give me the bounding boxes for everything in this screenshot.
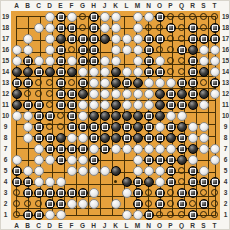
- square-mark: [58, 47, 64, 53]
- square-mark: [14, 168, 20, 174]
- black-stone-N10: [144, 111, 154, 121]
- white-stone-O13: [155, 78, 165, 88]
- white-stone-F5: [67, 166, 77, 176]
- circle-mark-R19: [189, 13, 196, 20]
- white-stone-P13: [166, 78, 176, 88]
- square-mark: [58, 14, 64, 20]
- square-mark: [36, 212, 42, 218]
- row-label-left-2: 2: [4, 201, 8, 207]
- square-mark: [135, 190, 141, 196]
- black-stone-R12: [188, 89, 198, 99]
- white-stone-H5: [89, 166, 99, 176]
- circle-mark-N18: [145, 24, 152, 31]
- col-label-bottom-L: L: [125, 223, 129, 229]
- black-stone-F12: [67, 89, 77, 99]
- black-stone-Q16: [177, 45, 187, 55]
- circle-mark-D9: [46, 123, 53, 130]
- square-mark: [168, 168, 174, 174]
- black-stone-Q8: [177, 133, 187, 143]
- black-stone-O17: [155, 34, 165, 44]
- white-stone-J19: [100, 12, 110, 22]
- circle-mark-R2: [189, 200, 196, 207]
- col-label-top-G: G: [80, 3, 85, 9]
- col-label-top-P: P: [168, 3, 172, 9]
- row-label-left-18: 18: [2, 25, 9, 31]
- square-mark: [157, 190, 163, 196]
- white-stone-C4: [34, 177, 44, 187]
- square-mark: [25, 212, 31, 218]
- black-stone-B1: [23, 210, 33, 220]
- square-mark: [91, 14, 97, 20]
- circle-mark-T3: [211, 189, 218, 196]
- square-mark: [80, 146, 86, 152]
- white-stone-S8: [199, 133, 209, 143]
- col-label-top-O: O: [157, 3, 162, 9]
- col-label-top-R: R: [190, 3, 195, 9]
- white-stone-B8: [23, 133, 33, 143]
- white-stone-D4: [45, 177, 55, 187]
- col-label-bottom-N: N: [146, 223, 151, 229]
- square-mark: [25, 190, 31, 196]
- white-stone-D6: [45, 155, 55, 165]
- black-stone-E7: [56, 144, 66, 154]
- square-mark: [190, 36, 196, 42]
- black-stone-P5: [166, 166, 176, 176]
- circle-mark-P17: [167, 35, 174, 42]
- black-stone-B11: [23, 100, 33, 110]
- black-stone-N6: [144, 155, 154, 165]
- black-stone-Q7: [177, 144, 187, 154]
- square-mark: [80, 190, 86, 196]
- white-stone-O7: [155, 144, 165, 154]
- white-stone-F8: [67, 133, 77, 143]
- col-label-bottom-E: E: [58, 223, 62, 229]
- row-label-left-5: 5: [4, 168, 8, 174]
- black-stone-E6: [56, 155, 66, 165]
- white-stone-J18: [100, 23, 110, 33]
- black-stone-H16: [89, 45, 99, 55]
- row-label-right-19: 19: [222, 14, 229, 20]
- black-stone-R14: [188, 67, 198, 77]
- white-stone-K7: [111, 144, 121, 154]
- white-stone-G11: [78, 100, 88, 110]
- row-label-left-12: 12: [2, 91, 9, 97]
- black-stone-C8: [34, 133, 44, 143]
- square-mark: [212, 80, 218, 86]
- white-stone-H2: [89, 199, 99, 209]
- white-stone-L16: [122, 45, 132, 55]
- square-mark: [212, 36, 218, 42]
- circle-mark-T1: [211, 211, 218, 218]
- square-mark: [179, 102, 185, 108]
- square-mark: [190, 25, 196, 31]
- white-stone-L3: [122, 188, 132, 198]
- black-stone-K5: [111, 166, 121, 176]
- circle-mark-A2: [13, 200, 20, 207]
- black-stone-R1: [188, 210, 198, 220]
- square-mark: [47, 146, 53, 152]
- col-label-top-S: S: [201, 3, 205, 9]
- square-mark: [146, 113, 152, 119]
- circle-mark-O16: [156, 46, 163, 53]
- square-mark: [135, 179, 141, 185]
- square-mark: [80, 124, 86, 130]
- black-stone-J9: [100, 122, 110, 132]
- white-stone-G8: [78, 133, 88, 143]
- row-label-left-4: 4: [4, 179, 8, 185]
- col-label-bottom-B: B: [25, 223, 30, 229]
- col-label-top-N: N: [146, 3, 151, 9]
- square-mark: [69, 124, 75, 130]
- black-stone-Q3: [177, 188, 187, 198]
- col-label-top-M: M: [135, 3, 140, 9]
- square-mark: [91, 25, 97, 31]
- col-label-bottom-R: R: [190, 223, 195, 229]
- circle-mark-Q19: [178, 13, 185, 20]
- col-label-bottom-A: A: [14, 223, 19, 229]
- circle-mark-F16: [68, 46, 75, 53]
- square-mark: [25, 58, 31, 64]
- black-stone-O19: [155, 12, 165, 22]
- row-label-left-16: 16: [2, 47, 9, 53]
- black-stone-E15: [56, 56, 66, 66]
- circle-mark-Q15: [178, 57, 185, 64]
- black-stone-E16: [56, 45, 66, 55]
- square-mark: [25, 179, 31, 185]
- black-stone-Q6: [177, 155, 187, 165]
- white-stone-D18: [45, 23, 55, 33]
- col-label-top-B: B: [25, 3, 30, 9]
- black-stone-F17: [67, 34, 77, 44]
- black-stone-F3: [67, 188, 77, 198]
- square-mark: [36, 113, 42, 119]
- black-stone-Q12: [177, 89, 187, 99]
- white-stone-H3: [89, 188, 99, 198]
- black-stone-B4: [23, 177, 33, 187]
- circle-mark-Q4: [178, 178, 185, 185]
- white-stone-B9: [23, 122, 33, 132]
- black-stone-R5: [188, 166, 198, 176]
- square-mark: [168, 102, 174, 108]
- black-stone-E13: [56, 78, 66, 88]
- square-mark: [36, 102, 42, 108]
- black-stone-D14: [45, 67, 55, 77]
- white-stone-P7: [166, 144, 176, 154]
- col-label-top-K: K: [113, 3, 118, 9]
- white-stone-M15: [133, 56, 143, 66]
- white-stone-N11: [144, 100, 154, 110]
- black-stone-M9: [133, 122, 143, 132]
- white-stone-M14: [133, 67, 143, 77]
- black-stone-M8: [133, 133, 143, 143]
- black-stone-P4: [166, 177, 176, 187]
- square-mark: [146, 212, 152, 218]
- white-stone-M7: [133, 144, 143, 154]
- row-label-right-15: 15: [222, 58, 229, 64]
- black-stone-E18: [56, 23, 66, 33]
- white-stone-G2: [78, 199, 88, 209]
- black-stone-F14: [67, 67, 77, 77]
- square-mark: [179, 201, 185, 207]
- square-mark: [69, 113, 75, 119]
- circle-mark-D12: [46, 90, 53, 97]
- row-label-right-17: 17: [222, 36, 229, 42]
- black-stone-L4: [122, 177, 132, 187]
- black-stone-F9: [67, 122, 77, 132]
- white-stone-O15: [155, 56, 165, 66]
- black-stone-O3: [155, 188, 165, 198]
- white-stone-R9: [188, 122, 198, 132]
- square-mark: [201, 179, 207, 185]
- row-label-right-14: 14: [222, 69, 229, 75]
- white-stone-B16: [23, 45, 33, 55]
- square-mark: [168, 25, 174, 31]
- row-label-left-9: 9: [4, 124, 8, 130]
- black-stone-E14: [56, 67, 66, 77]
- white-stone-G6: [78, 155, 88, 165]
- circle-mark-T2: [211, 200, 218, 207]
- black-stone-R13: [188, 78, 198, 88]
- black-stone-L8: [122, 133, 132, 143]
- circle-mark-E10: [57, 112, 64, 119]
- black-stone-R15: [188, 56, 198, 66]
- circle-mark-P15: [167, 57, 174, 64]
- square-mark: [91, 124, 97, 130]
- circle-mark-S19: [200, 13, 207, 20]
- row-label-right-8: 8: [224, 135, 228, 141]
- white-stone-M16: [133, 45, 143, 55]
- circle-mark-O18: [156, 24, 163, 31]
- white-stone-E1: [56, 210, 66, 220]
- circle-mark-A3: [13, 189, 20, 196]
- white-stone-K18: [111, 23, 121, 33]
- white-stone-T7: [210, 144, 220, 154]
- circle-mark-C2: [35, 200, 42, 207]
- col-label-top-A: A: [14, 3, 19, 9]
- square-mark: [146, 47, 152, 53]
- square-mark: [91, 58, 97, 64]
- black-stone-G13: [78, 78, 88, 88]
- row-label-right-2: 2: [224, 201, 228, 207]
- row-label-right-4: 4: [224, 179, 228, 185]
- white-stone-S15: [199, 56, 209, 66]
- square-mark: [190, 69, 196, 75]
- black-stone-H6: [89, 155, 99, 165]
- black-stone-H15: [89, 56, 99, 66]
- white-stone-T16: [210, 45, 220, 55]
- black-stone-Q2: [177, 199, 187, 209]
- white-stone-R8: [188, 133, 198, 143]
- circle-mark-D13: [46, 79, 53, 86]
- row-label-left-19: 19: [2, 14, 9, 20]
- black-stone-O6: [155, 155, 165, 165]
- black-stone-A13: [12, 78, 22, 88]
- black-stone-H18: [89, 23, 99, 33]
- row-label-left-17: 17: [2, 36, 9, 42]
- black-stone-F11: [67, 100, 77, 110]
- col-label-bottom-H: H: [91, 223, 96, 229]
- black-stone-R7: [188, 144, 198, 154]
- black-stone-Q11: [177, 100, 187, 110]
- white-stone-K17: [111, 34, 121, 44]
- white-stone-K15: [111, 56, 121, 66]
- black-stone-C3: [34, 188, 44, 198]
- white-stone-S9: [199, 122, 209, 132]
- black-stone-O11: [155, 100, 165, 110]
- black-stone-N16: [144, 45, 154, 55]
- black-stone-S14: [199, 67, 209, 77]
- circle-mark-Q14: [178, 68, 185, 75]
- white-stone-T6: [210, 155, 220, 165]
- black-stone-O8: [155, 133, 165, 143]
- black-stone-G17: [78, 34, 88, 44]
- circle-mark-D11: [46, 101, 53, 108]
- black-stone-S12: [199, 89, 209, 99]
- black-stone-N15: [144, 56, 154, 66]
- black-stone-J7: [100, 144, 110, 154]
- go-board[interactable]: [11, 11, 220, 220]
- square-mark: [36, 135, 42, 141]
- circle-mark-P1: [167, 211, 174, 218]
- black-stone-K14: [111, 67, 121, 77]
- black-stone-K9: [111, 122, 121, 132]
- black-stone-N8: [144, 133, 154, 143]
- black-stone-E3: [56, 188, 66, 198]
- white-stone-O4: [155, 177, 165, 187]
- square-mark: [36, 69, 42, 75]
- white-stone-M11: [133, 100, 143, 110]
- circle-mark-S18: [200, 24, 207, 31]
- black-stone-N9: [144, 122, 154, 132]
- row-label-right-5: 5: [224, 168, 228, 174]
- black-stone-F7: [67, 144, 77, 154]
- row-label-left-13: 13: [2, 80, 9, 86]
- white-stone-C5: [34, 166, 44, 176]
- square-mark: [36, 124, 42, 130]
- circle-mark-G18: [79, 24, 86, 31]
- black-stone-T18: [210, 23, 220, 33]
- row-label-left-8: 8: [4, 135, 8, 141]
- black-stone-D8: [45, 133, 55, 143]
- black-stone-H10: [89, 111, 99, 121]
- white-stone-M18: [133, 23, 143, 33]
- row-label-left-10: 10: [2, 113, 9, 119]
- square-mark: [146, 135, 152, 141]
- black-stone-C11: [34, 100, 44, 110]
- black-stone-P6: [166, 155, 176, 165]
- square-mark: [91, 157, 97, 163]
- black-stone-O10: [155, 111, 165, 121]
- circle-mark-Q5: [178, 167, 185, 174]
- white-stone-L12: [122, 89, 132, 99]
- black-stone-A4: [12, 177, 22, 187]
- circle-mark-E9: [57, 123, 64, 130]
- white-stone-J15: [100, 56, 110, 66]
- black-stone-M10: [133, 111, 143, 121]
- square-mark: [168, 91, 174, 97]
- row-label-right-3: 3: [224, 190, 228, 196]
- black-stone-Q13: [177, 78, 187, 88]
- row-label-right-7: 7: [224, 146, 228, 152]
- col-label-top-E: E: [58, 3, 62, 9]
- black-stone-L10: [122, 111, 132, 121]
- square-mark: [47, 135, 53, 141]
- black-stone-C10: [34, 111, 44, 121]
- black-stone-S17: [199, 34, 209, 44]
- white-stone-D16: [45, 45, 55, 55]
- black-stone-R3: [188, 188, 198, 198]
- white-stone-A6: [12, 155, 22, 165]
- square-mark: [190, 179, 196, 185]
- circle-mark-A1: [13, 211, 20, 218]
- circle-mark-B2: [24, 200, 31, 207]
- white-stone-T12: [210, 89, 220, 99]
- square-mark: [190, 91, 196, 97]
- white-stone-F2: [67, 199, 77, 209]
- black-stone-R4: [188, 177, 198, 187]
- white-stone-G5: [78, 166, 88, 176]
- black-stone-S4: [199, 177, 209, 187]
- white-stone-F15: [67, 56, 77, 66]
- white-stone-N7: [144, 144, 154, 154]
- square-mark: [157, 69, 163, 75]
- black-stone-G16: [78, 45, 88, 55]
- black-stone-P11: [166, 100, 176, 110]
- circle-mark-N3: [145, 189, 152, 196]
- white-stone-M12: [133, 89, 143, 99]
- white-stone-F6: [67, 155, 77, 165]
- row-label-right-10: 10: [222, 113, 229, 119]
- square-mark: [14, 80, 20, 86]
- square-mark: [190, 58, 196, 64]
- white-stone-S5: [199, 166, 209, 176]
- white-stone-M5: [133, 166, 143, 176]
- black-stone-Q9: [177, 122, 187, 132]
- black-stone-R11: [188, 100, 198, 110]
- star-point: [114, 180, 117, 183]
- black-stone-E12: [56, 89, 66, 99]
- white-stone-C18: [34, 23, 44, 33]
- row-label-right-1: 1: [224, 212, 228, 218]
- circle-mark-N2: [145, 200, 152, 207]
- black-stone-J17: [100, 34, 110, 44]
- black-stone-O12: [155, 89, 165, 99]
- col-label-top-L: L: [125, 3, 129, 9]
- square-mark: [168, 179, 174, 185]
- col-label-top-F: F: [70, 3, 74, 9]
- circle-mark-Q1: [178, 211, 185, 218]
- circle-mark-C13: [35, 79, 42, 86]
- white-stone-B5: [23, 166, 33, 176]
- black-stone-D10: [45, 111, 55, 121]
- square-mark: [124, 80, 130, 86]
- circle-mark-Q18: [178, 24, 185, 31]
- square-mark: [58, 91, 64, 97]
- row-label-left-6: 6: [4, 157, 8, 163]
- circle-mark-S3: [200, 189, 207, 196]
- white-stone-L17: [122, 34, 132, 44]
- square-mark: [146, 124, 152, 130]
- white-stone-J14: [100, 67, 110, 77]
- white-stone-T14: [210, 67, 220, 77]
- black-stone-R17: [188, 34, 198, 44]
- black-stone-A12: [12, 89, 22, 99]
- square-mark: [146, 58, 152, 64]
- square-mark: [58, 146, 64, 152]
- white-stone-G14: [78, 67, 88, 77]
- square-mark: [179, 80, 185, 86]
- square-mark: [124, 124, 130, 130]
